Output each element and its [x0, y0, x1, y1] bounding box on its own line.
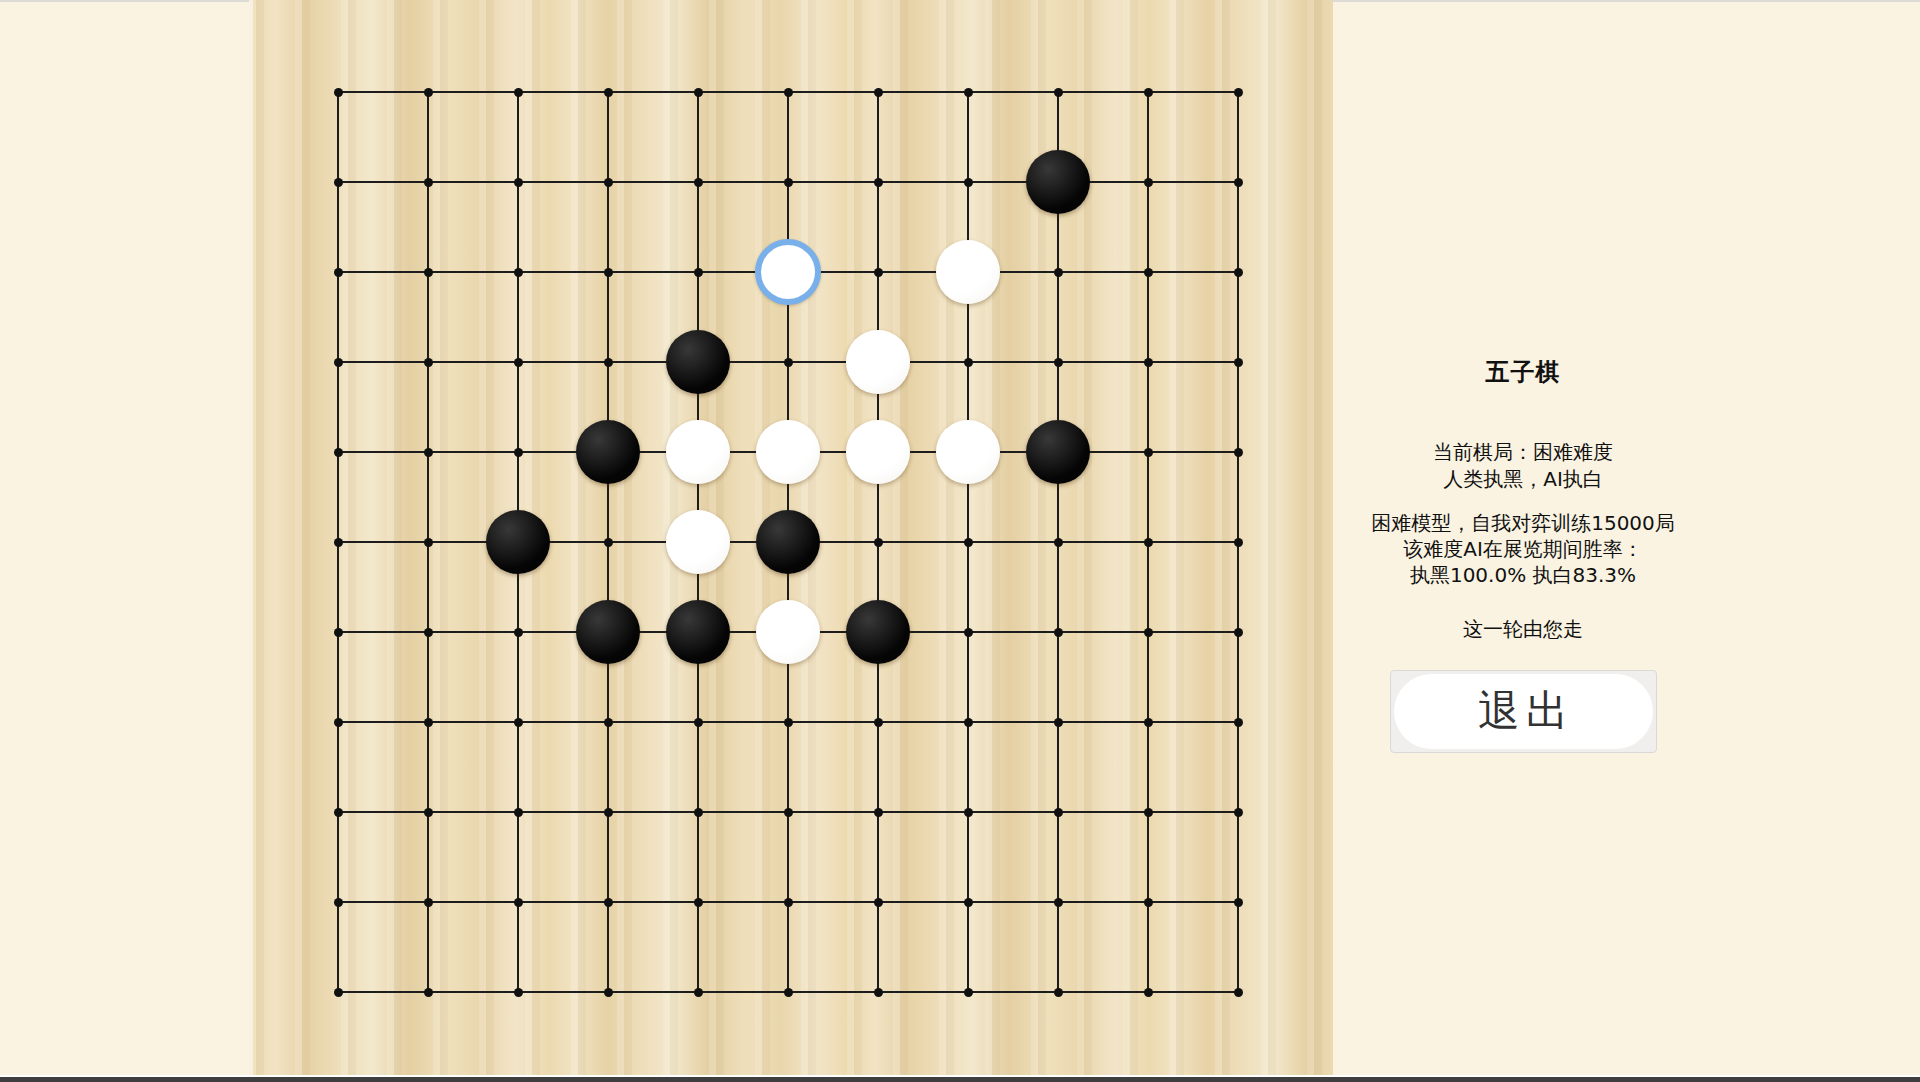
- black-stone: [666, 600, 730, 664]
- intersection-dot: [1234, 178, 1243, 187]
- model-line-3: 执黑100.0% 执白83.3%: [1410, 563, 1636, 587]
- intersection-dot: [424, 808, 433, 817]
- intersection-dot: [424, 88, 433, 97]
- white-stone-last-move: [755, 239, 821, 305]
- intersection-dot: [1054, 808, 1063, 817]
- intersection-dot: [514, 898, 523, 907]
- intersection-dot: [874, 178, 883, 187]
- intersection-dot: [874, 268, 883, 277]
- status-line-1: 当前棋局：困难难度: [1433, 440, 1613, 464]
- board-grid: [338, 92, 1238, 992]
- intersection-dot: [424, 988, 433, 997]
- intersection-dot: [964, 988, 973, 997]
- intersection-dot: [1054, 538, 1063, 547]
- white-stone: [666, 510, 730, 574]
- intersection-dot: [1234, 718, 1243, 727]
- white-stone: [756, 600, 820, 664]
- intersection-dot: [874, 808, 883, 817]
- intersection-dot: [1234, 538, 1243, 547]
- intersection-dot: [514, 808, 523, 817]
- intersection-dot: [1144, 268, 1153, 277]
- intersection-dot: [1144, 538, 1153, 547]
- intersection-dot: [1144, 88, 1153, 97]
- intersection-dot: [514, 628, 523, 637]
- black-stone: [756, 510, 820, 574]
- black-stone: [576, 420, 640, 484]
- intersection-dot: [514, 448, 523, 457]
- intersection-dot: [604, 88, 613, 97]
- intersection-dot: [424, 358, 433, 367]
- intersection-dot: [1144, 988, 1153, 997]
- intersection-dot: [784, 358, 793, 367]
- intersection-dot: [1054, 88, 1063, 97]
- intersection-dot: [964, 358, 973, 367]
- intersection-dot: [1144, 898, 1153, 907]
- white-stone: [936, 240, 1000, 304]
- white-stone: [846, 330, 910, 394]
- intersection-dot: [694, 808, 703, 817]
- intersection-dot: [964, 538, 973, 547]
- game-title: 五子棋: [1486, 358, 1561, 387]
- intersection-dot: [334, 88, 343, 97]
- intersection-dot: [694, 718, 703, 727]
- model-info-text: 困难模型，自我对弈训练15000局 该难度AI在展览期间胜率： 执黑100.0%…: [1371, 510, 1675, 588]
- intersection-dot: [514, 178, 523, 187]
- intersection-dot: [1234, 898, 1243, 907]
- intersection-dot: [514, 88, 523, 97]
- intersection-dot: [1234, 88, 1243, 97]
- intersection-dot: [964, 718, 973, 727]
- black-stone: [576, 600, 640, 664]
- intersection-dot: [604, 358, 613, 367]
- intersection-dot: [334, 358, 343, 367]
- intersection-dot: [694, 898, 703, 907]
- intersection-dot: [784, 988, 793, 997]
- intersection-dot: [334, 178, 343, 187]
- board-left-edge: [249, 0, 253, 1075]
- intersection-dot: [1054, 718, 1063, 727]
- intersection-dot: [604, 808, 613, 817]
- intersection-dot: [1144, 808, 1153, 817]
- intersection-dot: [514, 988, 523, 997]
- intersection-dot: [334, 988, 343, 997]
- intersection-dot: [694, 88, 703, 97]
- intersection-dot: [514, 718, 523, 727]
- intersection-dot: [784, 898, 793, 907]
- black-stone: [846, 600, 910, 664]
- model-line-1: 困难模型，自我对弈训练15000局: [1371, 511, 1675, 535]
- white-stone: [846, 420, 910, 484]
- intersection-dot: [1234, 988, 1243, 997]
- intersection-dot: [874, 88, 883, 97]
- intersection-dot: [784, 808, 793, 817]
- black-stone: [1026, 420, 1090, 484]
- turn-indicator: 这一轮由您走: [1463, 616, 1583, 643]
- game-status-text: 当前棋局：困难难度 人类执黑，AI执白: [1433, 439, 1613, 493]
- intersection-dot: [514, 358, 523, 367]
- intersection-dot: [604, 178, 613, 187]
- status-line-2: 人类执黑，AI执白: [1443, 467, 1603, 491]
- intersection-dot: [694, 988, 703, 997]
- intersection-dot: [334, 808, 343, 817]
- info-panel: 五子棋 当前棋局：困难难度 人类执黑，AI执白 困难模型，自我对弈训练15000…: [1333, 0, 1713, 1075]
- intersection-dot: [1234, 628, 1243, 637]
- intersection-dot: [334, 538, 343, 547]
- intersection-dot: [424, 898, 433, 907]
- intersection-dot: [874, 898, 883, 907]
- intersection-dot: [334, 268, 343, 277]
- intersection-dot: [1234, 268, 1243, 277]
- intersection-dot: [1144, 358, 1153, 367]
- intersection-dot: [1234, 808, 1243, 817]
- intersection-dot: [1054, 268, 1063, 277]
- white-stone: [936, 420, 1000, 484]
- black-stone: [486, 510, 550, 574]
- intersection-dot: [1234, 448, 1243, 457]
- exit-button-label: 退出: [1472, 683, 1574, 739]
- intersection-dot: [1054, 358, 1063, 367]
- intersection-dot: [424, 268, 433, 277]
- window-bottom-edge: [0, 1077, 1920, 1082]
- intersection-dot: [424, 448, 433, 457]
- intersection-dot: [784, 718, 793, 727]
- white-stone: [666, 420, 730, 484]
- intersection-dot: [694, 268, 703, 277]
- intersection-dot: [424, 718, 433, 727]
- intersection-dot: [604, 898, 613, 907]
- intersection-dot: [1054, 628, 1063, 637]
- intersection-dot: [604, 268, 613, 277]
- intersection-dot: [694, 178, 703, 187]
- intersection-dot: [964, 178, 973, 187]
- intersection-dot: [1144, 718, 1153, 727]
- intersection-dot: [1144, 178, 1153, 187]
- intersection-dot: [874, 988, 883, 997]
- white-stone: [756, 420, 820, 484]
- black-stone: [666, 330, 730, 394]
- model-line-2: 该难度AI在展览期间胜率：: [1403, 537, 1643, 561]
- intersection-dot: [1054, 988, 1063, 997]
- intersection-dot: [874, 718, 883, 727]
- intersection-dot: [1054, 898, 1063, 907]
- intersection-dot: [964, 88, 973, 97]
- intersection-dot: [334, 898, 343, 907]
- intersection-dot: [424, 628, 433, 637]
- intersection-dot: [964, 808, 973, 817]
- intersection-dot: [514, 268, 523, 277]
- exit-button[interactable]: 退出: [1390, 670, 1657, 753]
- intersection-dot: [784, 178, 793, 187]
- intersection-dot: [964, 628, 973, 637]
- intersection-dot: [424, 538, 433, 547]
- black-stone: [1026, 150, 1090, 214]
- intersection-dot: [604, 988, 613, 997]
- exit-button-pill: 退出: [1394, 674, 1653, 749]
- intersection-dot: [784, 88, 793, 97]
- intersection-dot: [604, 538, 613, 547]
- intersection-dot: [1144, 628, 1153, 637]
- intersection-dot: [1144, 448, 1153, 457]
- intersection-dot: [334, 448, 343, 457]
- intersection-dot: [964, 898, 973, 907]
- intersection-dot: [424, 178, 433, 187]
- gomoku-board[interactable]: [249, 0, 1333, 1075]
- intersection-dot: [334, 628, 343, 637]
- intersection-dot: [1234, 358, 1243, 367]
- intersection-dot: [604, 718, 613, 727]
- intersection-dot: [874, 538, 883, 547]
- intersection-dot: [334, 718, 343, 727]
